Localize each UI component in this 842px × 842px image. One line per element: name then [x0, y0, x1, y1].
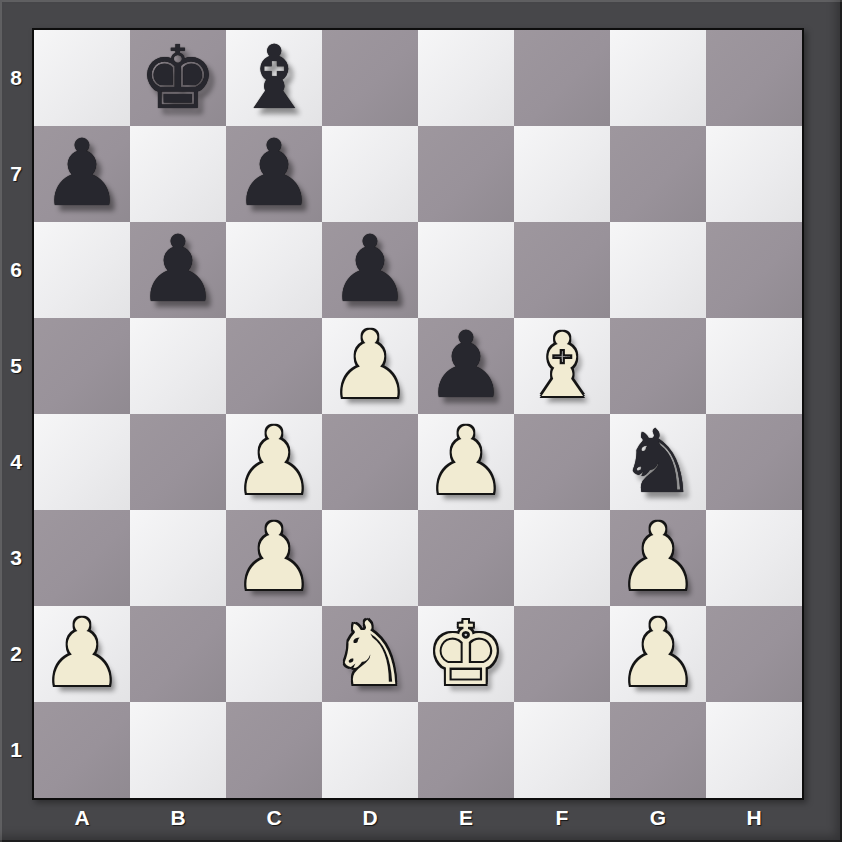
square-d1[interactable]: [322, 702, 418, 798]
square-f1[interactable]: [514, 702, 610, 798]
square-c7[interactable]: ♟: [226, 126, 322, 222]
file-label-a: A: [34, 800, 130, 836]
square-b1[interactable]: [130, 702, 226, 798]
rank-labels: 87654321: [0, 30, 32, 798]
file-label-d: D: [322, 800, 418, 836]
rank-label-7: 7: [0, 126, 32, 222]
square-h3[interactable]: [706, 510, 802, 606]
square-a7[interactable]: ♟: [34, 126, 130, 222]
piece-white-pawn[interactable]: ♟: [617, 608, 699, 700]
square-d2[interactable]: ♞: [322, 606, 418, 702]
piece-black-knight[interactable]: ♞: [619, 418, 698, 506]
square-g8[interactable]: [610, 30, 706, 126]
chess-board: ♚♝♟♟♟♟♟♟♝♟♟♞♟♟♟♞♚♟: [32, 28, 804, 800]
file-label-e: E: [418, 800, 514, 836]
square-h8[interactable]: [706, 30, 802, 126]
square-d8[interactable]: [322, 30, 418, 126]
piece-black-pawn[interactable]: ♟: [137, 224, 219, 316]
square-b4[interactable]: [130, 414, 226, 510]
piece-white-pawn[interactable]: ♟: [329, 320, 411, 412]
square-g2[interactable]: ♟: [610, 606, 706, 702]
piece-white-pawn[interactable]: ♟: [233, 512, 315, 604]
file-label-f: F: [514, 800, 610, 836]
square-c3[interactable]: ♟: [226, 510, 322, 606]
piece-white-pawn[interactable]: ♟: [617, 512, 699, 604]
rank-label-6: 6: [0, 222, 32, 318]
square-a3[interactable]: [34, 510, 130, 606]
piece-white-pawn[interactable]: ♟: [425, 416, 507, 508]
square-a4[interactable]: [34, 414, 130, 510]
square-d3[interactable]: [322, 510, 418, 606]
square-e3[interactable]: [418, 510, 514, 606]
square-h1[interactable]: [706, 702, 802, 798]
rank-label-8: 8: [0, 30, 32, 126]
rank-label-3: 3: [0, 510, 32, 606]
square-d7[interactable]: [322, 126, 418, 222]
rank-label-4: 4: [0, 414, 32, 510]
square-c8[interactable]: ♝: [226, 30, 322, 126]
square-e5[interactable]: ♟: [418, 318, 514, 414]
square-e8[interactable]: [418, 30, 514, 126]
piece-black-pawn[interactable]: ♟: [425, 320, 507, 412]
file-label-h: H: [706, 800, 802, 836]
square-f4[interactable]: [514, 414, 610, 510]
square-g5[interactable]: [610, 318, 706, 414]
square-a8[interactable]: [34, 30, 130, 126]
square-a6[interactable]: [34, 222, 130, 318]
piece-white-knight[interactable]: ♞: [331, 610, 410, 698]
square-b6[interactable]: ♟: [130, 222, 226, 318]
square-g4[interactable]: ♞: [610, 414, 706, 510]
square-e1[interactable]: [418, 702, 514, 798]
piece-white-pawn[interactable]: ♟: [233, 416, 315, 508]
square-c4[interactable]: ♟: [226, 414, 322, 510]
piece-black-pawn[interactable]: ♟: [329, 224, 411, 316]
file-label-b: B: [130, 800, 226, 836]
square-e6[interactable]: [418, 222, 514, 318]
square-a1[interactable]: [34, 702, 130, 798]
square-c6[interactable]: [226, 222, 322, 318]
square-b3[interactable]: [130, 510, 226, 606]
piece-black-bishop[interactable]: ♝: [235, 34, 314, 122]
piece-white-pawn[interactable]: ♟: [41, 608, 123, 700]
square-d4[interactable]: [322, 414, 418, 510]
square-f7[interactable]: [514, 126, 610, 222]
file-labels: ABCDEFGH: [34, 800, 802, 836]
square-e4[interactable]: ♟: [418, 414, 514, 510]
file-label-c: C: [226, 800, 322, 836]
square-a5[interactable]: [34, 318, 130, 414]
piece-white-bishop[interactable]: ♝: [523, 322, 602, 410]
square-e7[interactable]: [418, 126, 514, 222]
square-f6[interactable]: [514, 222, 610, 318]
square-g1[interactable]: [610, 702, 706, 798]
piece-black-pawn[interactable]: ♟: [41, 128, 123, 220]
rank-label-1: 1: [0, 702, 32, 798]
square-b5[interactable]: [130, 318, 226, 414]
square-f2[interactable]: [514, 606, 610, 702]
square-a2[interactable]: ♟: [34, 606, 130, 702]
square-f5[interactable]: ♝: [514, 318, 610, 414]
piece-black-king[interactable]: ♚: [139, 34, 218, 122]
square-c2[interactable]: [226, 606, 322, 702]
square-f3[interactable]: [514, 510, 610, 606]
rank-label-5: 5: [0, 318, 32, 414]
square-b8[interactable]: ♚: [130, 30, 226, 126]
square-g7[interactable]: [610, 126, 706, 222]
square-d6[interactable]: ♟: [322, 222, 418, 318]
square-b7[interactable]: [130, 126, 226, 222]
square-h5[interactable]: [706, 318, 802, 414]
square-g6[interactable]: [610, 222, 706, 318]
board-frame: 87654321 ♚♝♟♟♟♟♟♟♝♟♟♞♟♟♟♞♚♟ ABCDEFGH: [0, 0, 842, 842]
square-c1[interactable]: [226, 702, 322, 798]
square-h7[interactable]: [706, 126, 802, 222]
rank-label-2: 2: [0, 606, 32, 702]
square-d5[interactable]: ♟: [322, 318, 418, 414]
file-label-g: G: [610, 800, 706, 836]
square-b2[interactable]: [130, 606, 226, 702]
square-h4[interactable]: [706, 414, 802, 510]
square-g3[interactable]: ♟: [610, 510, 706, 606]
square-c5[interactable]: [226, 318, 322, 414]
square-h6[interactable]: [706, 222, 802, 318]
square-h2[interactable]: [706, 606, 802, 702]
piece-white-king[interactable]: ♚: [427, 610, 506, 698]
piece-black-pawn[interactable]: ♟: [233, 128, 315, 220]
square-f8[interactable]: [514, 30, 610, 126]
square-e2[interactable]: ♚: [418, 606, 514, 702]
